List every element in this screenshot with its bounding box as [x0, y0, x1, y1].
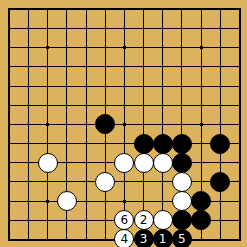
- white-stone: [153, 153, 173, 173]
- move-number-label: 2: [140, 214, 148, 226]
- star-point: [123, 123, 126, 126]
- grid-line-vertical: [162, 10, 163, 240]
- move-number-label: 5: [178, 233, 186, 245]
- move-number-label: 1: [159, 233, 167, 245]
- grid-line-vertical: [220, 10, 221, 240]
- black-stone: [210, 172, 230, 192]
- black-stone: [191, 210, 211, 230]
- grid-line-horizontal: [10, 143, 240, 144]
- black-stone: [172, 153, 192, 173]
- white-stone: [38, 153, 58, 173]
- move-number-label: 6: [121, 214, 129, 226]
- white-stone: [134, 153, 154, 173]
- star-point: [46, 46, 49, 49]
- white-stone: [172, 191, 192, 211]
- white-stone-move-2: 2: [134, 210, 154, 230]
- star-point: [123, 200, 126, 203]
- white-stone: [114, 153, 134, 173]
- black-stone: [172, 134, 192, 154]
- go-board: 624315: [0, 0, 247, 247]
- black-stone: [153, 134, 173, 154]
- white-stone: [57, 191, 77, 211]
- black-stone: [134, 134, 154, 154]
- white-stone: [172, 172, 192, 192]
- grid-line-horizontal: [10, 181, 240, 182]
- move-number-label: 3: [140, 233, 148, 245]
- white-stone: [95, 172, 115, 192]
- move-number-label: 4: [121, 233, 129, 245]
- black-stone-move-1: 1: [153, 229, 173, 247]
- black-stone: [210, 134, 230, 154]
- star-point: [46, 123, 49, 126]
- black-stone: [191, 191, 211, 211]
- go-diagram: 624315: [0, 0, 247, 247]
- grid-line-vertical: [143, 10, 144, 240]
- black-stone-move-3: 3: [134, 229, 154, 247]
- black-stone: [172, 210, 192, 230]
- star-point: [200, 46, 203, 49]
- white-stone-move-4: 4: [114, 229, 134, 247]
- white-stone: [153, 210, 173, 230]
- star-point: [46, 200, 49, 203]
- star-point: [200, 123, 203, 126]
- star-point: [123, 46, 126, 49]
- black-stone-move-5: 5: [172, 229, 192, 247]
